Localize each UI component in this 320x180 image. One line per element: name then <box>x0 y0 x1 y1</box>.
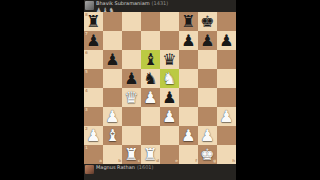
square-h5[interactable] <box>217 69 236 88</box>
piece-black-pawn[interactable]: ♟ <box>105 50 119 69</box>
square-d6[interactable]: ♝ <box>141 50 160 69</box>
square-b2[interactable]: ♝ <box>103 126 122 145</box>
square-f5[interactable] <box>179 69 198 88</box>
square-g7[interactable]: ♟ <box>198 31 217 50</box>
square-e7[interactable] <box>160 31 179 50</box>
square-e5[interactable]: ♞ <box>160 69 179 88</box>
opponent-avatar[interactable] <box>85 1 94 10</box>
piece-black-bishop[interactable]: ♝ <box>143 50 157 69</box>
square-e6[interactable]: ♛ <box>160 50 179 69</box>
self-rating: (1601) <box>137 165 154 170</box>
square-b1[interactable]: b <box>103 145 122 164</box>
square-f8[interactable]: ♜ <box>179 12 198 31</box>
square-b5[interactable] <box>103 69 122 88</box>
square-a7[interactable]: 7♟ <box>84 31 103 50</box>
rank-label-1: 1 <box>85 146 88 150</box>
square-f4[interactable] <box>179 88 198 107</box>
rank-label-5: 5 <box>85 70 88 74</box>
square-e3[interactable]: ♟ <box>160 107 179 126</box>
piece-white-pawn[interactable]: ♟ <box>200 126 214 145</box>
piece-white-pawn[interactable]: ♟ <box>105 107 119 126</box>
square-a2[interactable]: 2♟ <box>84 126 103 145</box>
piece-white-knight[interactable]: ♞ <box>162 69 176 88</box>
piece-black-pawn[interactable]: ♟ <box>162 88 176 107</box>
piece-black-knight[interactable]: ♞ <box>143 69 157 88</box>
square-h6[interactable] <box>217 50 236 69</box>
square-c8[interactable] <box>122 12 141 31</box>
piece-white-queen[interactable]: ♛ <box>124 88 138 107</box>
square-g4[interactable] <box>198 88 217 107</box>
square-f3[interactable] <box>179 107 198 126</box>
square-f2[interactable]: ♟ <box>179 126 198 145</box>
piece-black-queen[interactable]: ♛ <box>162 50 176 69</box>
piece-black-king[interactable]: ♚ <box>200 12 214 31</box>
square-h2[interactable] <box>217 126 236 145</box>
square-a6[interactable]: 6 <box>84 50 103 69</box>
square-e2[interactable] <box>160 126 179 145</box>
square-b4[interactable] <box>103 88 122 107</box>
square-c1[interactable]: c♜ <box>122 145 141 164</box>
square-c4[interactable]: ♛ <box>122 88 141 107</box>
square-d2[interactable] <box>141 126 160 145</box>
square-f1[interactable]: f <box>179 145 198 164</box>
square-b7[interactable] <box>103 31 122 50</box>
piece-black-pawn[interactable]: ♟ <box>124 69 138 88</box>
piece-white-pawn[interactable]: ♟ <box>181 126 195 145</box>
self-username[interactable]: Magnus Rathan <box>96 165 135 170</box>
file-label-e: e <box>175 159 178 163</box>
self-avatar[interactable] <box>85 165 94 174</box>
square-d8[interactable] <box>141 12 160 31</box>
square-g1[interactable]: g♚ <box>198 145 217 164</box>
square-f7[interactable]: ♟ <box>179 31 198 50</box>
square-d1[interactable]: d♜ <box>141 145 160 164</box>
square-a8[interactable]: 8♜ <box>84 12 103 31</box>
square-e4[interactable]: ♟ <box>160 88 179 107</box>
piece-black-pawn[interactable]: ♟ <box>181 31 195 50</box>
square-b6[interactable]: ♟ <box>103 50 122 69</box>
square-b8[interactable] <box>103 12 122 31</box>
square-c3[interactable] <box>122 107 141 126</box>
piece-white-pawn[interactable]: ♟ <box>219 107 233 126</box>
square-h4[interactable] <box>217 88 236 107</box>
square-h8[interactable] <box>217 12 236 31</box>
square-g6[interactable] <box>198 50 217 69</box>
square-a4[interactable]: 4 <box>84 88 103 107</box>
square-a5[interactable]: 5 <box>84 69 103 88</box>
square-a1[interactable]: 1a <box>84 145 103 164</box>
file-label-a: a <box>99 159 102 163</box>
opponent-rating: (1431) <box>152 1 169 6</box>
square-g8[interactable]: ♚ <box>198 12 217 31</box>
opponent-info: Bhavik Subramaniam (1431) ♟♝♞ <box>96 0 168 12</box>
piece-white-pawn[interactable]: ♟ <box>143 88 157 107</box>
square-a3[interactable]: 3 <box>84 107 103 126</box>
game-screen: Bhavik Subramaniam (1431) ♟♝♞ 8♜♜♚7♟♟♟♟6… <box>84 0 236 180</box>
rank-label-7: 7 <box>85 32 88 36</box>
square-e1[interactable]: e <box>160 145 179 164</box>
chess-board[interactable]: 8♜♜♚7♟♟♟♟6♟♝♛5♟♞♞4♛♟♟3♟♟♟2♟♝♟♟1abc♜d♜efg… <box>84 12 236 164</box>
piece-black-pawn[interactable]: ♟ <box>200 31 214 50</box>
square-d5[interactable]: ♞ <box>141 69 160 88</box>
file-label-f: f <box>195 159 197 163</box>
player-card-self: Magnus Rathan (1601) <box>84 164 236 180</box>
square-g2[interactable]: ♟ <box>198 126 217 145</box>
piece-black-rook[interactable]: ♜ <box>86 12 100 31</box>
square-c6[interactable] <box>122 50 141 69</box>
square-e8[interactable] <box>160 12 179 31</box>
piece-black-pawn[interactable]: ♟ <box>86 31 100 50</box>
player-card-opponent: Bhavik Subramaniam (1431) ♟♝♞ <box>84 0 236 12</box>
rank-label-6: 6 <box>85 51 88 55</box>
piece-white-rook[interactable]: ♜ <box>124 145 138 164</box>
piece-white-bishop[interactable]: ♝ <box>105 126 119 145</box>
square-h1[interactable]: h <box>217 145 236 164</box>
rank-label-2: 2 <box>85 127 88 131</box>
square-h3[interactable]: ♟ <box>217 107 236 126</box>
file-label-b: b <box>118 159 121 163</box>
square-d3[interactable] <box>141 107 160 126</box>
file-label-h: h <box>232 159 235 163</box>
piece-black-pawn[interactable]: ♟ <box>219 31 233 50</box>
square-d4[interactable]: ♟ <box>141 88 160 107</box>
file-label-d: d <box>156 159 159 163</box>
piece-black-rook[interactable]: ♜ <box>181 12 195 31</box>
rank-label-3: 3 <box>85 108 88 112</box>
square-g3[interactable] <box>198 107 217 126</box>
piece-white-pawn[interactable]: ♟ <box>86 126 100 145</box>
piece-white-pawn[interactable]: ♟ <box>162 107 176 126</box>
square-h7[interactable]: ♟ <box>217 31 236 50</box>
rank-label-4: 4 <box>85 89 88 93</box>
square-c5[interactable]: ♟ <box>122 69 141 88</box>
square-c7[interactable] <box>122 31 141 50</box>
file-label-g: g <box>213 159 216 163</box>
square-d7[interactable] <box>141 31 160 50</box>
self-info: Magnus Rathan (1601) <box>96 164 154 170</box>
rank-label-8: 8 <box>85 13 88 17</box>
square-c2[interactable] <box>122 126 141 145</box>
square-g5[interactable] <box>198 69 217 88</box>
file-label-c: c <box>138 159 140 163</box>
square-b3[interactable]: ♟ <box>103 107 122 126</box>
square-f6[interactable] <box>179 50 198 69</box>
